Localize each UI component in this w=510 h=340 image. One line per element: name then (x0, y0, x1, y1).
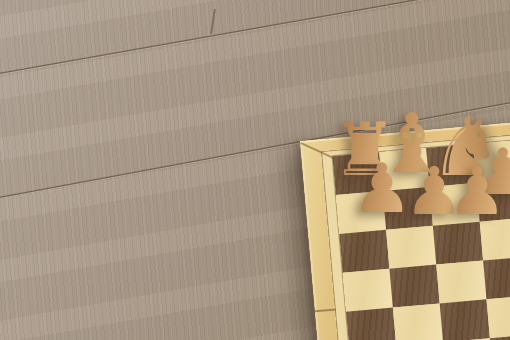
square-b3[interactable] (386, 226, 436, 269)
white-pawn[interactable]: ♟ (352, 155, 413, 223)
white-pawn[interactable]: ♟ (447, 159, 506, 225)
floor-plank-seam (0, 0, 510, 75)
floor-plank-joint (210, 9, 216, 34)
square-a4[interactable] (343, 269, 393, 312)
square-b5[interactable] (393, 303, 443, 340)
square-d5[interactable] (487, 295, 510, 338)
square-b4[interactable] (389, 265, 439, 308)
square-a5[interactable] (346, 308, 396, 340)
square-d4[interactable] (483, 256, 510, 299)
photo-scene: ♜♝♞♟♟♟♟ (0, 0, 510, 340)
square-c5[interactable] (440, 299, 490, 340)
square-c4[interactable] (436, 260, 486, 303)
board-frame-joint (315, 309, 336, 313)
square-a3[interactable] (339, 230, 389, 273)
